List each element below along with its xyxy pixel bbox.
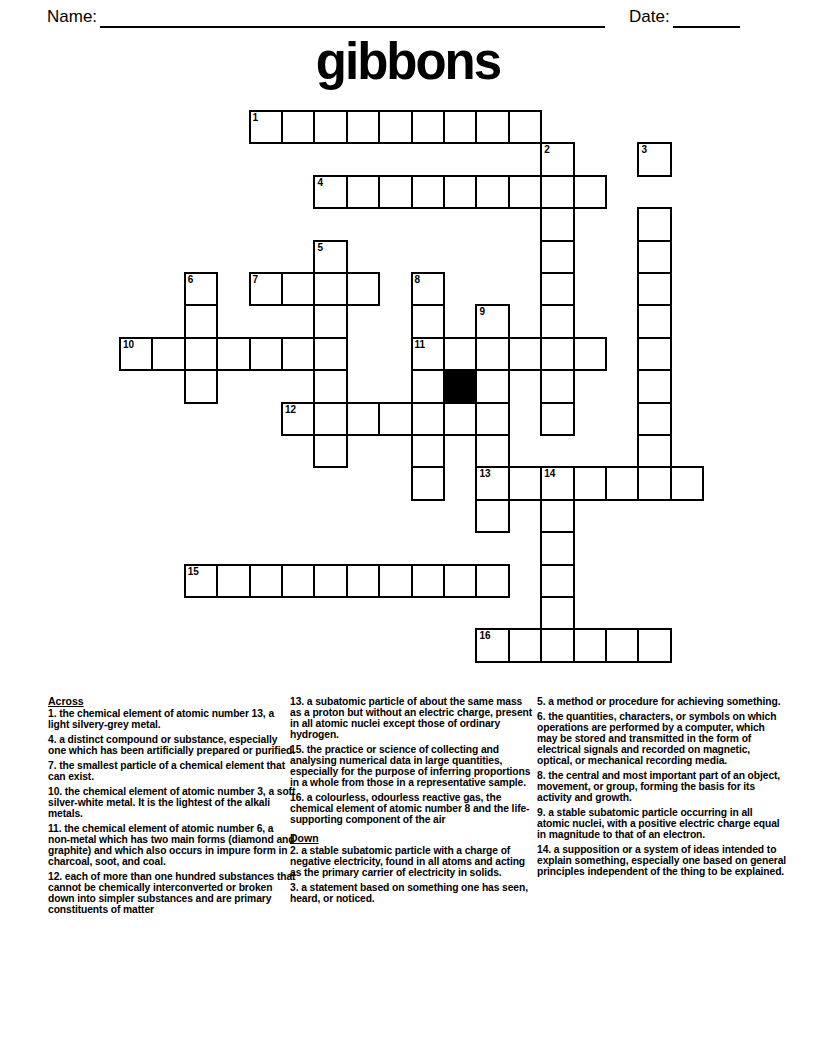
cell-number: 6 [188,274,194,285]
grid-cell[interactable]: 7 [249,272,283,306]
clues-column-2: 13. a subatomic particle of about the sa… [290,696,536,908]
grid-cell[interactable] [346,564,380,598]
grid-cell[interactable] [411,369,445,403]
grid-cell[interactable] [637,369,671,403]
cell-number: 12 [285,404,296,415]
cell-number: 5 [317,242,323,253]
grid-cell[interactable] [540,628,574,662]
grid-cell[interactable]: 6 [184,272,218,306]
clue-down-6: 6. the quantities, characters, or symbol… [537,711,787,766]
grid-cell[interactable] [313,272,347,306]
grid-cell[interactable] [151,337,185,371]
clues-column-3: 5. a method or procedure for achieving s… [537,696,787,881]
grid-cell[interactable] [411,466,445,500]
cell-number: 4 [317,177,323,188]
grid-cell[interactable] [540,272,574,306]
grid-cell[interactable]: 2 [540,142,574,176]
grid-cell[interactable] [411,564,445,598]
grid-cell[interactable]: 9 [475,304,509,338]
grid-cell[interactable]: 1 [249,110,283,144]
grid-cell[interactable] [443,402,477,436]
across-header: Across [48,696,296,707]
grid-cell[interactable] [475,564,509,598]
grid-cell[interactable] [637,434,671,468]
grid-cell[interactable] [475,499,509,533]
grid-cell[interactable] [411,434,445,468]
page-title: gibbons [0,32,816,91]
grid-cell[interactable] [637,402,671,436]
clue-across-10: 10. the chemical element of atomic numbe… [48,786,296,819]
cell-number: 13 [479,468,490,479]
cell-number: 8 [415,274,421,285]
cell-number: 9 [479,306,485,317]
grid-cell[interactable] [540,402,574,436]
grid-cell[interactable] [637,304,671,338]
cell-number: 16 [479,630,490,641]
grid-cell[interactable] [443,110,477,144]
name-label: Name: [47,7,97,27]
clue-across-15: 15. the practice or science of collectin… [290,744,536,788]
grid-cell[interactable]: 10 [119,337,153,371]
grid-cell[interactable] [281,564,315,598]
grid-cell[interactable] [281,337,315,371]
grid-cell[interactable] [313,434,347,468]
grid-cell[interactable] [378,564,412,598]
black-cell [443,369,477,403]
grid-cell[interactable] [443,564,477,598]
grid-cell[interactable]: 11 [411,337,445,371]
down-header: Down [290,833,536,844]
grid-cell[interactable] [637,337,671,371]
grid-cell[interactable] [573,175,607,209]
grid-cell[interactable] [508,110,542,144]
clue-down-2: 2. a stable subatomic particle with a ch… [290,845,536,878]
grid-cell[interactable] [670,466,704,500]
grid-cell[interactable] [378,175,412,209]
grid-cell[interactable] [313,304,347,338]
grid-cell[interactable]: 12 [281,402,315,436]
grid-cell[interactable] [249,337,283,371]
cell-number: 10 [123,339,134,350]
clue-down-14: 14. a supposition or a system of ideas i… [537,844,787,877]
grid-cell[interactable] [540,240,574,274]
grid-cell[interactable] [184,369,218,403]
grid-cell[interactable] [540,175,574,209]
grid-cell[interactable] [540,596,574,630]
grid-cell[interactable] [475,369,509,403]
grid-cell[interactable] [378,110,412,144]
grid-cell[interactable] [313,110,347,144]
grid-cell[interactable]: 13 [475,466,509,500]
grid-cell[interactable] [540,304,574,338]
grid-cell[interactable] [508,175,542,209]
grid-cell[interactable] [281,272,315,306]
grid-cell[interactable] [411,304,445,338]
cell-number: 3 [641,144,647,155]
grid-cell[interactable] [475,175,509,209]
grid-cell[interactable] [249,564,283,598]
grid-cell[interactable] [540,499,574,533]
grid-cell[interactable] [216,564,250,598]
clue-across-4: 4. a distinct compound or substance, esp… [48,734,296,756]
grid-cell[interactable] [573,628,607,662]
grid-cell[interactable] [637,240,671,274]
cell-number: 1 [253,112,259,123]
grid-cell[interactable] [573,337,607,371]
grid-cell[interactable] [637,207,671,241]
grid-cell[interactable] [411,402,445,436]
grid-cell[interactable]: 15 [184,564,218,598]
grid-cell[interactable] [216,337,250,371]
worksheet-page: Name: Date: gibbons 12345678910111213141… [0,0,816,1056]
cell-number: 15 [188,566,199,577]
grid-cell[interactable] [411,110,445,144]
grid-cell[interactable] [313,337,347,371]
grid-cell[interactable] [540,207,574,241]
grid-cell[interactable] [540,369,574,403]
grid-cell[interactable]: 3 [637,142,671,176]
name-line[interactable] [100,25,605,28]
grid-cell[interactable]: 14 [540,466,574,500]
grid-cell[interactable] [475,434,509,468]
grid-cell[interactable] [475,337,509,371]
grid-cell[interactable] [378,402,412,436]
clues-column-1: Across1. the chemical element of atomic … [48,696,296,919]
clue-across-12: 12. each of more than one hundred substa… [48,871,296,915]
grid-cell[interactable] [605,628,639,662]
grid-cell[interactable] [411,175,445,209]
clue-down-5: 5. a method or procedure for achieving s… [537,696,787,707]
grid-cell[interactable] [637,628,671,662]
cell-number: 2 [544,144,550,155]
grid-cell[interactable] [313,564,347,598]
clue-across-13: 13. a subatomic particle of about the sa… [290,696,536,740]
grid-cell[interactable] [508,337,542,371]
grid-cell[interactable] [443,175,477,209]
grid-cell[interactable] [637,272,671,306]
grid-cell[interactable] [540,531,574,565]
grid-cell[interactable] [540,564,574,598]
clue-across-1: 1. the chemical element of atomic number… [48,708,296,730]
grid-cell[interactable] [313,402,347,436]
grid-cell[interactable] [184,337,218,371]
clue-down-3: 3. a statement based on something one ha… [290,882,536,904]
grid-cell[interactable] [184,304,218,338]
grid-cell[interactable]: 5 [313,240,347,274]
grid-cell[interactable] [637,466,671,500]
cell-number: 11 [415,339,426,350]
date-label: Date: [629,7,670,27]
date-line[interactable] [673,25,740,28]
clue-down-9: 9. a stable subatomic particle occurring… [537,807,787,840]
clue-down-8: 8. the central and most important part o… [537,770,787,803]
clue-across-11: 11. the chemical element of atomic numbe… [48,823,296,867]
cell-number: 7 [253,274,259,285]
clue-across-16: 16. a colourless, odourless reactive gas… [290,792,536,825]
grid-cell[interactable] [443,337,477,371]
clue-across-7: 7. the smallest particle of a chemical e… [48,760,296,782]
grid-cell[interactable]: 4 [313,175,347,209]
grid-cell[interactable] [346,110,380,144]
grid-cell[interactable] [475,110,509,144]
grid-cell[interactable] [346,272,380,306]
grid-cell[interactable] [281,110,315,144]
grid-cell[interactable] [313,369,347,403]
grid-cell[interactable]: 8 [411,272,445,306]
grid-cell[interactable] [508,628,542,662]
grid-cell[interactable] [540,337,574,371]
grid-cell[interactable] [508,466,542,500]
grid-cell[interactable] [475,402,509,436]
grid-cell[interactable] [573,466,607,500]
grid-cell[interactable] [605,466,639,500]
grid-cell[interactable] [346,175,380,209]
cell-number: 14 [544,468,555,479]
grid-cell[interactable]: 16 [475,628,509,662]
grid-cell[interactable] [346,402,380,436]
